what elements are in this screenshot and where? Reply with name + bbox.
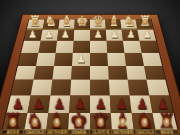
square-f6[interactable] xyxy=(50,80,71,96)
square-e2[interactable] xyxy=(74,30,90,41)
square-h3[interactable] xyxy=(21,41,40,53)
square-a5[interactable] xyxy=(144,66,165,80)
square-b5[interactable] xyxy=(126,66,147,80)
red-bishop[interactable]: ♝ xyxy=(48,111,67,132)
white-rook[interactable]: ♜ xyxy=(139,15,152,29)
square-d6[interactable] xyxy=(90,80,110,96)
square-f3[interactable] xyxy=(56,41,74,53)
portrait-photo xyxy=(10,118,17,127)
square-e5[interactable] xyxy=(71,66,90,80)
square-a4[interactable] xyxy=(142,53,162,66)
game-stage: ♜♞♝♚♛♝♞♜♟♟♟♟♟♟♟♟♟♟♟♟♟♟♟♟♜BIDEN♞DASCHLE♝G… xyxy=(0,0,180,135)
square-a6[interactable] xyxy=(147,80,170,96)
square-d2[interactable]: ♟ xyxy=(90,30,106,41)
white-king[interactable]: ♚ xyxy=(76,15,89,29)
white-knight[interactable]: ♞ xyxy=(123,15,136,29)
portrait-photo xyxy=(95,19,100,25)
portrait-photo xyxy=(143,19,148,25)
portrait-photo xyxy=(54,118,61,127)
white-pawn[interactable]: ♟ xyxy=(61,29,70,39)
portrait-photo xyxy=(163,118,170,127)
square-c6[interactable] xyxy=(109,80,130,96)
white-pawn[interactable]: ♟ xyxy=(45,29,54,39)
square-a8[interactable]: ♜BIDEN xyxy=(153,113,179,134)
white-pawn[interactable]: ♟ xyxy=(76,53,86,64)
white-pawn[interactable]: ♟ xyxy=(110,29,119,39)
portrait-photo xyxy=(127,19,132,25)
square-g4[interactable] xyxy=(36,53,56,66)
white-bishop[interactable]: ♝ xyxy=(107,15,120,29)
white-rook[interactable]: ♜ xyxy=(29,15,42,29)
portrait-photo xyxy=(64,19,69,25)
square-d3[interactable] xyxy=(90,41,107,53)
square-g6[interactable] xyxy=(31,80,53,96)
portrait-photo xyxy=(76,118,83,127)
portrait-photo xyxy=(142,118,149,127)
portrait-photo xyxy=(32,118,39,127)
square-c2[interactable]: ♟ xyxy=(106,30,123,41)
portrait-photo xyxy=(120,118,127,127)
white-knight[interactable]: ♞ xyxy=(44,15,57,29)
portrait-photo xyxy=(80,19,85,25)
red-knight[interactable]: ♞ xyxy=(136,111,155,132)
square-d4[interactable] xyxy=(90,53,108,66)
square-e6[interactable] xyxy=(70,80,90,96)
square-f2[interactable]: ♟ xyxy=(57,30,74,41)
board-scene: ♜♞♝♚♛♝♞♜♟♟♟♟♟♟♟♟♟♟♟♟♟♟♟♟♜BIDEN♞DASCHLE♝G… xyxy=(8,0,172,135)
square-e4[interactable]: ♟ xyxy=(72,53,90,66)
portrait-photo xyxy=(98,118,105,127)
red-rook[interactable]: ♜ xyxy=(4,111,23,132)
square-f5[interactable] xyxy=(52,66,72,80)
chess-board[interactable]: ♜♞♝♚♛♝♞♜♟♟♟♟♟♟♟♟♟♟♟♟♟♟♟♟♜BIDEN♞DASCHLE♝G… xyxy=(0,19,180,135)
red-bishop[interactable]: ♝ xyxy=(114,111,133,132)
portrait-photo xyxy=(33,19,38,25)
square-a3[interactable] xyxy=(139,41,158,53)
wooden-board-frame: ♜♞♝♚♛♝♞♜♟♟♟♟♟♟♟♟♟♟♟♟♟♟♟♟♜BIDEN♞DASCHLE♝G… xyxy=(0,14,180,135)
square-e8[interactable]: ♚OBAMA xyxy=(68,113,90,134)
square-c3[interactable] xyxy=(106,41,124,53)
red-knight[interactable]: ♞ xyxy=(26,111,45,132)
white-pawn[interactable]: ♟ xyxy=(94,29,103,39)
square-c8[interactable]: ♝GEITHNER xyxy=(111,113,134,134)
square-a2[interactable]: ♟ xyxy=(137,30,155,41)
red-queen[interactable]: ♛ xyxy=(92,111,111,132)
white-queen[interactable]: ♛ xyxy=(92,15,105,29)
square-c4[interactable] xyxy=(107,53,126,66)
square-e1[interactable]: ♚ xyxy=(74,19,90,29)
square-d5[interactable] xyxy=(90,66,109,80)
portrait-photo xyxy=(111,19,116,25)
portrait-photo xyxy=(48,19,53,25)
red-rook[interactable]: ♜ xyxy=(158,111,177,132)
white-pawn[interactable]: ♟ xyxy=(126,29,135,39)
square-g3[interactable] xyxy=(38,41,57,53)
white-bishop[interactable]: ♝ xyxy=(60,15,73,29)
square-h4[interactable] xyxy=(18,53,38,66)
red-king[interactable]: ♚ xyxy=(70,111,89,132)
square-c5[interactable] xyxy=(108,66,128,80)
square-g5[interactable] xyxy=(33,66,54,80)
white-pawn[interactable]: ♟ xyxy=(143,29,152,39)
white-pawn[interactable]: ♟ xyxy=(28,29,37,39)
square-f4[interactable] xyxy=(54,53,73,66)
square-h2[interactable]: ♟ xyxy=(24,30,42,41)
square-f8[interactable]: ♝GEITHNER xyxy=(46,113,69,134)
square-g2[interactable]: ♟ xyxy=(41,30,59,41)
square-b8[interactable]: ♞DASCHLE xyxy=(132,113,157,134)
square-e3[interactable] xyxy=(73,41,90,53)
square-d8[interactable]: ♛CLINTON xyxy=(90,113,112,134)
